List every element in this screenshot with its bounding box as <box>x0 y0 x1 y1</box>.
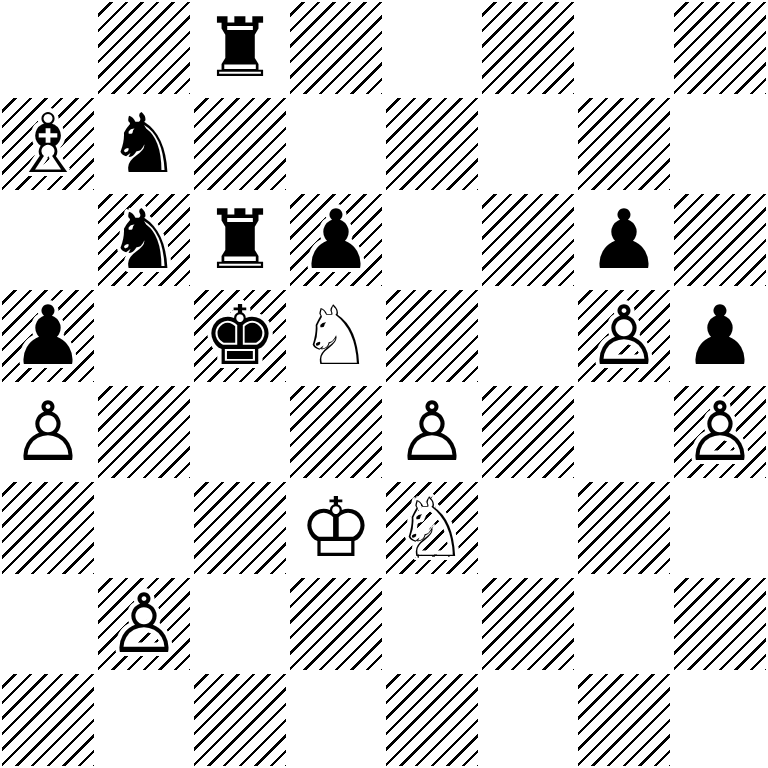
square-h7[interactable] <box>672 96 768 192</box>
square-g7[interactable] <box>576 96 672 192</box>
square-a1[interactable] <box>0 672 96 768</box>
square-b5[interactable] <box>96 288 192 384</box>
square-a3[interactable] <box>0 480 96 576</box>
square-b2[interactable]: ♙ <box>96 576 192 672</box>
square-d7[interactable] <box>288 96 384 192</box>
square-g6[interactable]: ♟ <box>576 192 672 288</box>
square-d4[interactable] <box>288 384 384 480</box>
square-e2[interactable] <box>384 576 480 672</box>
square-c2[interactable] <box>192 576 288 672</box>
square-h8[interactable] <box>672 0 768 96</box>
square-h6[interactable] <box>672 192 768 288</box>
piece-black-rook[interactable]: ♜ <box>203 192 277 288</box>
piece-white-pawn[interactable]: ♙ <box>107 576 181 672</box>
piece-white-king[interactable]: ♔ <box>299 480 373 576</box>
square-e6[interactable] <box>384 192 480 288</box>
piece-white-knight[interactable]: ♘ <box>395 480 469 576</box>
square-d5[interactable]: ♘ <box>288 288 384 384</box>
piece-white-pawn[interactable]: ♙ <box>11 384 85 480</box>
square-d3[interactable]: ♔ <box>288 480 384 576</box>
square-f4[interactable] <box>480 384 576 480</box>
square-c4[interactable] <box>192 384 288 480</box>
square-b3[interactable] <box>96 480 192 576</box>
square-g8[interactable] <box>576 0 672 96</box>
square-f2[interactable] <box>480 576 576 672</box>
piece-black-pawn[interactable]: ♟ <box>587 192 661 288</box>
piece-white-pawn[interactable]: ♙ <box>683 384 757 480</box>
square-g5[interactable]: ♙ <box>576 288 672 384</box>
square-e4[interactable]: ♙ <box>384 384 480 480</box>
square-h3[interactable] <box>672 480 768 576</box>
square-g1[interactable] <box>576 672 672 768</box>
square-f1[interactable] <box>480 672 576 768</box>
square-a7[interactable]: ♗ <box>0 96 96 192</box>
square-b1[interactable] <box>96 672 192 768</box>
piece-black-king[interactable]: ♚ <box>203 288 277 384</box>
piece-black-pawn[interactable]: ♟ <box>11 288 85 384</box>
square-d8[interactable] <box>288 0 384 96</box>
square-c3[interactable] <box>192 480 288 576</box>
square-e7[interactable] <box>384 96 480 192</box>
piece-white-pawn[interactable]: ♙ <box>587 288 661 384</box>
square-d6[interactable]: ♟ <box>288 192 384 288</box>
piece-white-bishop[interactable]: ♗ <box>11 96 85 192</box>
square-f5[interactable] <box>480 288 576 384</box>
square-g2[interactable] <box>576 576 672 672</box>
square-f7[interactable] <box>480 96 576 192</box>
square-b8[interactable] <box>96 0 192 96</box>
square-a8[interactable] <box>0 0 96 96</box>
square-h5[interactable]: ♟ <box>672 288 768 384</box>
square-f3[interactable] <box>480 480 576 576</box>
square-c5[interactable]: ♚ <box>192 288 288 384</box>
square-g4[interactable] <box>576 384 672 480</box>
square-e5[interactable] <box>384 288 480 384</box>
square-e1[interactable] <box>384 672 480 768</box>
piece-white-pawn[interactable]: ♙ <box>395 384 469 480</box>
square-b6[interactable]: ♞ <box>96 192 192 288</box>
chess-board: ♜♗♞♞♜♟♟♟♚♘♙♟♙♙♙♔♘♙ <box>0 0 768 768</box>
square-d1[interactable] <box>288 672 384 768</box>
piece-black-knight[interactable]: ♞ <box>107 192 181 288</box>
square-c7[interactable] <box>192 96 288 192</box>
chess-board-window: ♜♗♞♞♜♟♟♟♚♘♙♟♙♙♙♔♘♙ <box>0 0 768 768</box>
square-b4[interactable] <box>96 384 192 480</box>
square-d2[interactable] <box>288 576 384 672</box>
piece-white-knight[interactable]: ♘ <box>299 288 373 384</box>
square-h4[interactable]: ♙ <box>672 384 768 480</box>
square-f6[interactable] <box>480 192 576 288</box>
square-g3[interactable] <box>576 480 672 576</box>
square-e3[interactable]: ♘ <box>384 480 480 576</box>
square-f8[interactable] <box>480 0 576 96</box>
square-h1[interactable] <box>672 672 768 768</box>
piece-black-pawn[interactable]: ♟ <box>299 192 373 288</box>
piece-black-knight[interactable]: ♞ <box>107 96 181 192</box>
square-h2[interactable] <box>672 576 768 672</box>
square-a4[interactable]: ♙ <box>0 384 96 480</box>
square-e8[interactable] <box>384 0 480 96</box>
square-a6[interactable] <box>0 192 96 288</box>
square-c6[interactable]: ♜ <box>192 192 288 288</box>
piece-black-pawn[interactable]: ♟ <box>683 288 757 384</box>
square-b7[interactable]: ♞ <box>96 96 192 192</box>
square-c1[interactable] <box>192 672 288 768</box>
square-a5[interactable]: ♟ <box>0 288 96 384</box>
piece-black-rook[interactable]: ♜ <box>203 0 277 96</box>
square-c8[interactable]: ♜ <box>192 0 288 96</box>
square-a2[interactable] <box>0 576 96 672</box>
